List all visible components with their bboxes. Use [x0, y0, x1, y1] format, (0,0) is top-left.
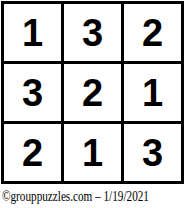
cell-r1c1: 1	[4, 4, 61, 61]
copyright-credit: ©grouppuzzles.com – 1/19/2021	[2, 187, 149, 207]
puzzle-grid: 1 3 2 3 2 1 2 1 3	[1, 1, 184, 184]
cell-r2c3: 1	[124, 64, 181, 121]
cell-r1c3: 2	[124, 4, 181, 61]
cell-r3c1: 2	[4, 124, 61, 181]
cell-r1c2: 3	[64, 4, 121, 61]
cell-r2c1: 3	[4, 64, 61, 121]
cell-r3c2: 1	[64, 124, 121, 181]
cell-r2c2: 2	[64, 64, 121, 121]
cell-r3c3: 3	[124, 124, 181, 181]
